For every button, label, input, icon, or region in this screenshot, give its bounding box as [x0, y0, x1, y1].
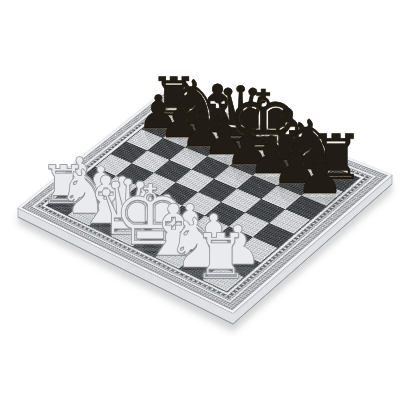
product-photo-stage: ♜♜♞♞♝♝♛♛♚♚♝♝♞♞♜♜♟♟♟♟♟♟♟♟♟♟♟♟♟♟♟♟♟♟♟♟♟♟♟♟… [0, 0, 400, 400]
